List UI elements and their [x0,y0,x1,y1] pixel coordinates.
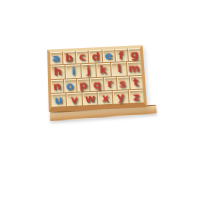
letter-m: m [128,63,140,74]
letter-x: x [101,93,108,104]
box-tray: abcdefghijklmnopqrstuvwxyz [47,45,147,112]
compartment-k: k [96,63,112,77]
letter-y: y [116,91,124,102]
letter-s: s [120,78,127,89]
compartment-n: n [51,79,65,93]
compartment-c: c [76,50,90,63]
letter-r: r [107,78,113,89]
letter-n: n [53,80,62,91]
product-photo-canvas: abcdefghijklmnopqrstuvwxyz [0,0,200,200]
compartment-u: u [51,93,67,107]
compartment-h: h [51,65,67,79]
letter-w: w [84,93,95,105]
compartment-z: z [128,89,143,103]
letter-a: a [52,53,60,64]
letter-i: i [71,66,75,77]
compartment-d: d [89,50,103,63]
letter-e: e [104,50,112,61]
compartment-m: m [127,62,142,75]
compartment-x: x [98,91,114,105]
compartment-a: a [50,52,63,65]
compartment-y: y [113,90,129,104]
letter-f: f [119,50,124,61]
compartment-l: l [111,62,127,75]
compartment-g: g [128,48,141,61]
letter-q: q [93,79,101,90]
letter-j: j [86,65,91,76]
letter-h: h [54,66,63,77]
compartment-f: f [115,49,129,62]
letter-b: b [65,53,73,64]
letter-c: c [79,52,86,63]
compartment-w: w [82,91,98,105]
compartment-r: r [103,77,117,91]
letter-t: t [133,77,139,88]
compartment-j: j [81,64,97,78]
letter-v: v [71,94,78,105]
letter-z: z [133,91,140,102]
letter-o: o [67,80,75,91]
letter-u: u [54,94,63,106]
letter-l: l [117,64,122,75]
letter-g: g [130,49,139,60]
alphabet-box: abcdefghijklmnopqrstuvwxyz [47,45,147,114]
letter-grid: abcdefghijklmnopqrstuvwxyz [50,48,144,107]
compartment-s: s [117,76,131,90]
compartment-i: i [66,64,82,78]
letter-p: p [79,79,88,90]
letter-k: k [100,65,107,76]
compartment-o: o [64,78,78,92]
compartment-q: q [90,77,104,91]
compartment-b: b [63,51,76,64]
compartment-p: p [77,78,91,92]
letter-d: d [91,52,99,63]
compartment-t: t [130,75,143,89]
compartment-e: e [102,49,116,62]
compartment-v: v [67,92,83,106]
